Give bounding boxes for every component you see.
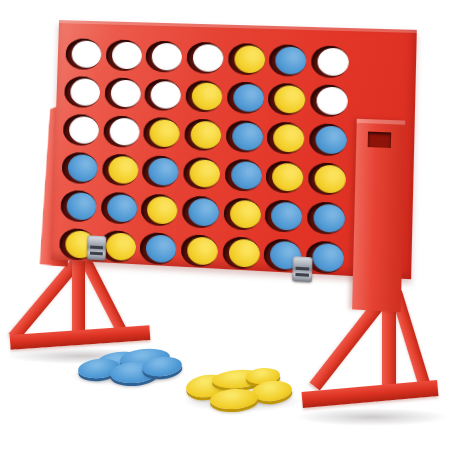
empty-hole [70, 78, 100, 106]
board-cell-r5c7 [304, 197, 347, 238]
board-hole [308, 162, 346, 196]
yellow-disc [108, 155, 139, 184]
board-hole [61, 189, 98, 222]
metal-latch-left [87, 235, 107, 260]
empty-hole [193, 43, 224, 71]
board-hole [267, 121, 305, 154]
blue-disc [233, 83, 264, 112]
left-leg-diagonal-right [80, 256, 129, 338]
blue-disc [107, 193, 138, 222]
board-cell-r3c2 [101, 111, 143, 151]
board-cell-r2c2 [102, 73, 143, 113]
board-hole [266, 160, 304, 193]
board-cell-r2c7 [307, 80, 350, 120]
board-hole [101, 191, 138, 224]
connect-four-product-photo: { "game": "connect-four", "scene": "gian… [0, 0, 450, 450]
board-cell-r4c4 [181, 153, 223, 193]
yellow-disc [150, 119, 181, 147]
board-hole [182, 195, 219, 228]
board-hole [106, 39, 143, 71]
empty-hole [109, 117, 140, 145]
board-hole [186, 41, 223, 73]
metal-latch-right [292, 256, 312, 282]
empty-hole [72, 40, 102, 68]
board-hole [103, 115, 140, 148]
empty-hole [151, 80, 182, 108]
yellow-disc [105, 232, 136, 261]
blue-disc [271, 201, 303, 230]
board-cell-r4c2 [100, 149, 142, 189]
right-foot-shadow [296, 408, 448, 426]
board-hole [225, 119, 263, 152]
board-hole [309, 123, 347, 156]
board-hole [227, 42, 265, 75]
board-cell-r5c4 [180, 191, 222, 232]
yellow-disc [147, 195, 178, 224]
empty-hole [316, 86, 348, 115]
board-cell-r3c5 [223, 116, 266, 156]
board-hole [146, 40, 183, 72]
board-cell-r4c3 [140, 151, 182, 191]
board-cell-r4c7 [305, 158, 348, 199]
yellow-disc [190, 120, 221, 149]
board-hole [63, 113, 99, 145]
board-hole [142, 155, 179, 188]
board-cell-r4c5 [222, 154, 265, 195]
board-cell-r2c5 [224, 77, 266, 117]
board-hole [141, 193, 178, 226]
board-hole [307, 201, 345, 235]
board-cell-r2c6 [265, 79, 308, 119]
blue-disc [312, 242, 344, 272]
yellow-disc [228, 238, 260, 267]
board-cell-r6c4 [178, 230, 220, 271]
yellow-disc [272, 162, 304, 191]
board-cell-r5c2 [98, 188, 140, 228]
empty-hole [317, 47, 349, 76]
yellow-disc [314, 164, 346, 193]
board-cell-r4c6 [263, 156, 306, 197]
board-cell-r1c6 [266, 40, 309, 80]
blue-disc [67, 192, 98, 221]
board-hole [226, 81, 264, 114]
board-cell-r2c1 [62, 72, 103, 111]
board-hole [66, 38, 102, 70]
board-hole [268, 82, 306, 115]
blue-disc [230, 160, 261, 189]
board-cell-r2c4 [183, 76, 225, 116]
board-cell-r5c3 [139, 189, 181, 229]
board-hole [224, 158, 262, 191]
board-cell-r3c1 [61, 110, 102, 150]
right-side-post [352, 119, 405, 312]
blue-disc [315, 125, 347, 154]
yellow-disc [234, 45, 265, 73]
board-cell-r3c3 [141, 113, 183, 153]
board-hole [145, 78, 182, 111]
yellow-disc [273, 123, 305, 152]
empty-hole [110, 79, 141, 107]
board-cell-r1c5 [225, 39, 267, 79]
board-cell-r5c5 [221, 193, 264, 234]
board-hole [143, 116, 180, 149]
board-cell-r1c1 [63, 34, 104, 73]
board-cell-r4c1 [60, 148, 101, 188]
board-hole [184, 118, 221, 151]
board-hole [102, 153, 139, 186]
blue-disc [275, 46, 307, 74]
board-cell-r1c7 [308, 41, 351, 81]
yellow-disc [189, 159, 220, 188]
empty-hole [69, 116, 99, 144]
board-cell-r1c4 [184, 38, 226, 78]
blue-disc [188, 197, 219, 226]
yellow-disc [191, 82, 222, 110]
board-hole [223, 197, 261, 231]
board-hole [310, 84, 348, 117]
board-cell-r6c3 [138, 228, 180, 269]
board-cell-r5c6 [262, 195, 305, 236]
blue-disc [313, 203, 345, 232]
right-post-slot [368, 132, 392, 148]
board-cell-r2c3 [142, 75, 184, 115]
board-cell-r3c7 [306, 119, 349, 160]
board-hole [181, 234, 218, 268]
blue-disc [148, 157, 179, 186]
board-hole [269, 44, 307, 77]
yellow-disc [229, 199, 260, 228]
board-cell-r1c3 [143, 36, 185, 75]
yellow-disc [187, 236, 218, 265]
board-hole [222, 236, 260, 270]
blue-disc [231, 122, 262, 151]
board-hole [265, 199, 303, 233]
board-cell-r1c2 [103, 35, 144, 74]
board-hole [64, 75, 100, 107]
yellow-disc [274, 85, 306, 114]
board-hole [185, 80, 222, 113]
blue-disc [68, 154, 98, 182]
board-hole [183, 156, 220, 189]
board-hole [62, 151, 99, 184]
board-hole [311, 45, 349, 78]
board-cell-r3c4 [182, 114, 224, 154]
connect-four-board-assembly [51, 20, 417, 279]
blue-disc [146, 234, 177, 263]
board-hole [104, 77, 141, 109]
board-cell-r6c5 [220, 232, 263, 273]
board-cell-r3c6 [264, 117, 307, 158]
board-cell-r5c1 [58, 186, 99, 226]
empty-hole [112, 41, 143, 69]
empty-hole [152, 42, 183, 70]
board-hole [140, 231, 177, 264]
